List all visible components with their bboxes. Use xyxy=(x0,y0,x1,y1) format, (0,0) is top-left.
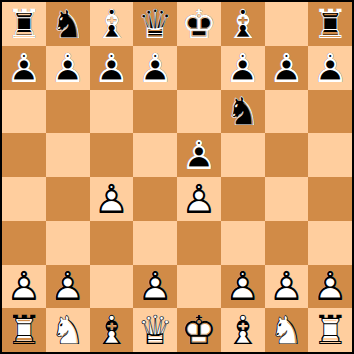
piece-black-pawn[interactable]: ♟♙ xyxy=(46,46,90,90)
piece-white-pawn[interactable]: ♟♙ xyxy=(308,265,352,309)
piece-outline-layer: ♗ xyxy=(90,2,134,46)
square-h1[interactable]: ♜♖ xyxy=(308,308,352,352)
piece-black-pawn[interactable]: ♟♙ xyxy=(2,46,46,90)
piece-outline-layer: ♘ xyxy=(265,308,309,352)
piece-outline-layer: ♙ xyxy=(133,265,177,309)
square-f3[interactable] xyxy=(221,221,265,265)
piece-outline-layer: ♗ xyxy=(221,2,265,46)
square-b6[interactable] xyxy=(46,90,90,134)
square-g7[interactable]: ♟♙ xyxy=(265,46,309,90)
square-c2[interactable] xyxy=(90,265,134,309)
piece-white-pawn[interactable]: ♟♙ xyxy=(221,265,265,309)
piece-white-pawn[interactable]: ♟♙ xyxy=(90,177,134,221)
square-g1[interactable]: ♞♘ xyxy=(265,308,309,352)
square-e6[interactable] xyxy=(177,90,221,134)
square-d4[interactable] xyxy=(133,177,177,221)
square-g4[interactable] xyxy=(265,177,309,221)
square-b7[interactable]: ♟♙ xyxy=(46,46,90,90)
piece-outline-layer: ♗ xyxy=(221,308,265,352)
square-f4[interactable] xyxy=(221,177,265,221)
square-b4[interactable] xyxy=(46,177,90,221)
square-g3[interactable] xyxy=(265,221,309,265)
piece-outline-layer: ♖ xyxy=(308,2,352,46)
square-h6[interactable] xyxy=(308,90,352,134)
square-h7[interactable]: ♟♙ xyxy=(308,46,352,90)
piece-outline-layer: ♙ xyxy=(46,46,90,90)
square-a4[interactable] xyxy=(2,177,46,221)
square-b1[interactable]: ♞♘ xyxy=(46,308,90,352)
piece-black-knight[interactable]: ♞♘ xyxy=(46,2,90,46)
square-d1[interactable]: ♛♕ xyxy=(133,308,177,352)
square-c1[interactable]: ♝♗ xyxy=(90,308,134,352)
square-f8[interactable]: ♝♗ xyxy=(221,2,265,46)
piece-white-pawn[interactable]: ♟♙ xyxy=(177,177,221,221)
board-grid: ♜♖♞♘♝♗♛♕♚♔♝♗♜♖♟♙♟♙♟♙♟♙♟♙♟♙♟♙♞♘♟♙♟♙♟♙♟♙♟♙… xyxy=(2,2,352,352)
piece-black-bishop[interactable]: ♝♗ xyxy=(221,2,265,46)
square-g5[interactable] xyxy=(265,133,309,177)
piece-outline-layer: ♙ xyxy=(221,46,265,90)
piece-outline-layer: ♔ xyxy=(177,308,221,352)
square-b3[interactable] xyxy=(46,221,90,265)
square-d7[interactable]: ♟♙ xyxy=(133,46,177,90)
square-c8[interactable]: ♝♗ xyxy=(90,2,134,46)
square-d2[interactable]: ♟♙ xyxy=(133,265,177,309)
square-f1[interactable]: ♝♗ xyxy=(221,308,265,352)
square-h2[interactable]: ♟♙ xyxy=(308,265,352,309)
square-a6[interactable] xyxy=(2,90,46,134)
square-c6[interactable] xyxy=(90,90,134,134)
square-e7[interactable] xyxy=(177,46,221,90)
square-h5[interactable] xyxy=(308,133,352,177)
piece-black-knight[interactable]: ♞♘ xyxy=(221,90,265,134)
piece-outline-layer: ♙ xyxy=(90,177,134,221)
piece-outline-layer: ♙ xyxy=(265,265,309,309)
square-a2[interactable]: ♟♙ xyxy=(2,265,46,309)
piece-white-knight[interactable]: ♞♘ xyxy=(46,308,90,352)
square-b8[interactable]: ♞♘ xyxy=(46,2,90,46)
piece-outline-layer: ♔ xyxy=(177,2,221,46)
piece-outline-layer: ♘ xyxy=(46,308,90,352)
square-e1[interactable]: ♚♔ xyxy=(177,308,221,352)
square-g6[interactable] xyxy=(265,90,309,134)
piece-white-pawn[interactable]: ♟♙ xyxy=(2,265,46,309)
square-e4[interactable]: ♟♙ xyxy=(177,177,221,221)
square-b5[interactable] xyxy=(46,133,90,177)
square-d8[interactable]: ♛♕ xyxy=(133,2,177,46)
piece-outline-layer: ♙ xyxy=(2,46,46,90)
piece-outline-layer: ♙ xyxy=(177,177,221,221)
piece-white-rook[interactable]: ♜♖ xyxy=(2,308,46,352)
piece-outline-layer: ♕ xyxy=(133,2,177,46)
piece-outline-layer: ♙ xyxy=(177,133,221,177)
piece-black-pawn[interactable]: ♟♙ xyxy=(90,46,134,90)
square-e2[interactable] xyxy=(177,265,221,309)
chess-board: ♜♖♞♘♝♗♛♕♚♔♝♗♜♖♟♙♟♙♟♙♟♙♟♙♟♙♟♙♞♘♟♙♟♙♟♙♟♙♟♙… xyxy=(0,0,354,354)
square-h8[interactable]: ♜♖ xyxy=(308,2,352,46)
piece-black-pawn[interactable]: ♟♙ xyxy=(265,46,309,90)
square-d3[interactable] xyxy=(133,221,177,265)
piece-outline-layer: ♖ xyxy=(308,308,352,352)
piece-outline-layer: ♙ xyxy=(2,265,46,309)
piece-white-knight[interactable]: ♞♘ xyxy=(265,308,309,352)
piece-outline-layer: ♘ xyxy=(46,2,90,46)
square-h4[interactable] xyxy=(308,177,352,221)
piece-white-pawn[interactable]: ♟♙ xyxy=(133,265,177,309)
piece-white-bishop[interactable]: ♝♗ xyxy=(90,308,134,352)
square-f7[interactable]: ♟♙ xyxy=(221,46,265,90)
square-e3[interactable] xyxy=(177,221,221,265)
piece-black-king[interactable]: ♚♔ xyxy=(177,2,221,46)
piece-white-rook[interactable]: ♜♖ xyxy=(308,308,352,352)
square-b2[interactable]: ♟♙ xyxy=(46,265,90,309)
square-a7[interactable]: ♟♙ xyxy=(2,46,46,90)
square-d6[interactable] xyxy=(133,90,177,134)
piece-black-queen[interactable]: ♛♕ xyxy=(133,2,177,46)
piece-white-pawn[interactable]: ♟♙ xyxy=(46,265,90,309)
piece-white-queen[interactable]: ♛♕ xyxy=(133,308,177,352)
piece-outline-layer: ♙ xyxy=(46,265,90,309)
piece-outline-layer: ♙ xyxy=(308,265,352,309)
square-g2[interactable]: ♟♙ xyxy=(265,265,309,309)
piece-outline-layer: ♖ xyxy=(2,2,46,46)
square-c3[interactable] xyxy=(90,221,134,265)
piece-outline-layer: ♙ xyxy=(308,46,352,90)
square-a5[interactable] xyxy=(2,133,46,177)
piece-outline-layer: ♘ xyxy=(221,90,265,134)
square-a3[interactable] xyxy=(2,221,46,265)
square-c4[interactable]: ♟♙ xyxy=(90,177,134,221)
piece-outline-layer: ♙ xyxy=(133,46,177,90)
piece-black-pawn[interactable]: ♟♙ xyxy=(177,133,221,177)
square-h3[interactable] xyxy=(308,221,352,265)
square-g8[interactable] xyxy=(265,2,309,46)
square-a8[interactable]: ♜♖ xyxy=(2,2,46,46)
piece-black-pawn[interactable]: ♟♙ xyxy=(133,46,177,90)
piece-white-pawn[interactable]: ♟♙ xyxy=(265,265,309,309)
piece-black-pawn[interactable]: ♟♙ xyxy=(221,46,265,90)
piece-outline-layer: ♕ xyxy=(133,308,177,352)
square-f5[interactable] xyxy=(221,133,265,177)
square-a1[interactable]: ♜♖ xyxy=(2,308,46,352)
piece-black-bishop[interactable]: ♝♗ xyxy=(90,2,134,46)
square-c7[interactable]: ♟♙ xyxy=(90,46,134,90)
piece-outline-layer: ♙ xyxy=(265,46,309,90)
piece-white-bishop[interactable]: ♝♗ xyxy=(221,308,265,352)
piece-outline-layer: ♖ xyxy=(2,308,46,352)
piece-black-rook[interactable]: ♜♖ xyxy=(308,2,352,46)
square-d5[interactable] xyxy=(133,133,177,177)
piece-black-pawn[interactable]: ♟♙ xyxy=(308,46,352,90)
piece-outline-layer: ♗ xyxy=(90,308,134,352)
square-c5[interactable] xyxy=(90,133,134,177)
square-f2[interactable]: ♟♙ xyxy=(221,265,265,309)
square-f6[interactable]: ♞♘ xyxy=(221,90,265,134)
piece-black-rook[interactable]: ♜♖ xyxy=(2,2,46,46)
square-e8[interactable]: ♚♔ xyxy=(177,2,221,46)
piece-outline-layer: ♙ xyxy=(221,265,265,309)
piece-white-king[interactable]: ♚♔ xyxy=(177,308,221,352)
piece-outline-layer: ♙ xyxy=(90,46,134,90)
square-e5[interactable]: ♟♙ xyxy=(177,133,221,177)
